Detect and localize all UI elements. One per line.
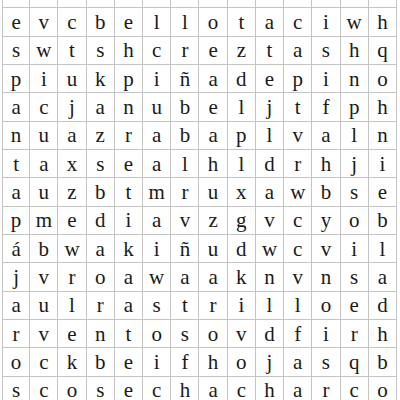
- grid-top-edge-cell: [312, 0, 340, 7]
- grid-top-edge-cell: [341, 0, 369, 7]
- cell-r3c5[interactable]: p: [115, 64, 143, 92]
- cell-r6c1[interactable]: t: [2, 149, 30, 177]
- cell-r2c5[interactable]: h: [115, 36, 143, 64]
- cell-r11c10[interactable]: l: [256, 291, 284, 319]
- cell-r5c13[interactable]: l: [341, 121, 369, 149]
- cell-r4c5[interactable]: n: [115, 92, 143, 120]
- cell-r13c11[interactable]: a: [284, 347, 312, 375]
- cell-r10c7[interactable]: a: [171, 262, 199, 290]
- cell-r9c8[interactable]: u: [199, 234, 227, 262]
- cell-r14c6[interactable]: c: [143, 376, 171, 400]
- cell-r5c3[interactable]: a: [58, 121, 86, 149]
- cell-r14c7[interactable]: h: [171, 376, 199, 400]
- grid-top-edge-cell: [256, 0, 284, 7]
- cell-r14c3[interactable]: o: [58, 376, 86, 400]
- cell-r2c8[interactable]: e: [199, 36, 227, 64]
- cell-r11c12[interactable]: o: [312, 291, 340, 319]
- cell-r8c2[interactable]: m: [30, 206, 58, 234]
- grid-top-edge-cell: [115, 0, 143, 7]
- cell-r3c9[interactable]: d: [228, 64, 256, 92]
- cell-r7c11[interactable]: w: [284, 177, 312, 205]
- cell-r2c3[interactable]: t: [58, 36, 86, 64]
- cell-r6c7[interactable]: l: [171, 149, 199, 177]
- cell-r1c1[interactable]: e: [2, 7, 30, 35]
- cell-r14c11[interactable]: a: [284, 376, 312, 400]
- cell-r13c2[interactable]: c: [30, 347, 58, 375]
- cell-r13c3[interactable]: k: [58, 347, 86, 375]
- cell-r10c4[interactable]: o: [87, 262, 115, 290]
- grid-top-edge-cell: [284, 0, 312, 7]
- grid-top-edge-cell: [171, 0, 199, 7]
- cell-r11c3[interactable]: l: [58, 291, 86, 319]
- cell-r13c4[interactable]: b: [87, 347, 115, 375]
- cell-r7c14[interactable]: e: [369, 177, 397, 205]
- cell-r6c4[interactable]: s: [87, 149, 115, 177]
- cell-r9c3[interactable]: w: [58, 234, 86, 262]
- cell-r7c12[interactable]: b: [312, 177, 340, 205]
- cell-r12c6[interactable]: o: [143, 319, 171, 347]
- cell-r8c3[interactable]: e: [58, 206, 86, 234]
- cell-r1c14[interactable]: h: [369, 7, 397, 35]
- cell-r12c12[interactable]: i: [312, 319, 340, 347]
- cell-r1c12[interactable]: i: [312, 7, 340, 35]
- cell-r8c11[interactable]: c: [284, 206, 312, 234]
- cell-r4c4[interactable]: a: [87, 92, 115, 120]
- cell-r9c10[interactable]: w: [256, 234, 284, 262]
- cell-r5c4[interactable]: z: [87, 121, 115, 149]
- cell-r8c6[interactable]: a: [143, 206, 171, 234]
- cell-r2c11[interactable]: a: [284, 36, 312, 64]
- cell-r11c6[interactable]: s: [143, 291, 171, 319]
- cell-r1c4[interactable]: b: [87, 7, 115, 35]
- cell-r10c14[interactable]: a: [369, 262, 397, 290]
- cell-r14c14[interactable]: o: [369, 376, 397, 400]
- cell-r2c9[interactable]: z: [228, 36, 256, 64]
- grid-top-edge-cell: [228, 0, 256, 7]
- grid-top-edge-cell: [369, 0, 397, 7]
- grid-top-edge-cell: [143, 0, 171, 7]
- cell-r14c4[interactable]: s: [87, 376, 115, 400]
- cell-r4c12[interactable]: f: [312, 92, 340, 120]
- cell-r9c14[interactable]: l: [369, 234, 397, 262]
- cell-r2c13[interactable]: h: [341, 36, 369, 64]
- cell-r14c9[interactable]: c: [228, 376, 256, 400]
- cell-r12c5[interactable]: t: [115, 319, 143, 347]
- cell-r8c5[interactable]: i: [115, 206, 143, 234]
- cell-r12c7[interactable]: s: [171, 319, 199, 347]
- cell-r13c8[interactable]: h: [199, 347, 227, 375]
- cell-r2c10[interactable]: t: [256, 36, 284, 64]
- cell-r3c8[interactable]: a: [199, 64, 227, 92]
- cell-r10c3[interactable]: r: [58, 262, 86, 290]
- cell-r6c2[interactable]: a: [30, 149, 58, 177]
- cell-r9c4[interactable]: a: [87, 234, 115, 262]
- cell-r3c1[interactable]: p: [2, 64, 30, 92]
- grid-top-edge-cell: [199, 0, 227, 7]
- cell-r14c5[interactable]: e: [115, 376, 143, 400]
- grid-top-edge-cell: [87, 0, 115, 7]
- cell-r1c6[interactable]: l: [143, 7, 171, 35]
- cell-r1c8[interactable]: o: [199, 7, 227, 35]
- cell-r5c14[interactable]: n: [369, 121, 397, 149]
- word-search-page: evcbellotaciwhswtshcreztashqpiukpiñadepi…: [0, 0, 400, 400]
- cell-r8c9[interactable]: g: [228, 206, 256, 234]
- cell-r3c7[interactable]: ñ: [171, 64, 199, 92]
- cell-r13c7[interactable]: f: [171, 347, 199, 375]
- cell-r4c11[interactable]: t: [284, 92, 312, 120]
- cell-r11c7[interactable]: t: [171, 291, 199, 319]
- cell-r5c6[interactable]: a: [143, 121, 171, 149]
- cell-r11c9[interactable]: i: [228, 291, 256, 319]
- cell-r6c12[interactable]: h: [312, 149, 340, 177]
- cell-r11c2[interactable]: u: [30, 291, 58, 319]
- grid-top-edge-cell: [2, 0, 30, 7]
- cell-r10c13[interactable]: s: [341, 262, 369, 290]
- cell-r2c7[interactable]: r: [171, 36, 199, 64]
- cell-r14c10[interactable]: h: [256, 376, 284, 400]
- grid-top-edge-cell: [58, 0, 86, 7]
- cell-r9c9[interactable]: d: [228, 234, 256, 262]
- cell-r1c2[interactable]: v: [30, 7, 58, 35]
- cell-r5c11[interactable]: v: [284, 121, 312, 149]
- cell-r5c10[interactable]: l: [256, 121, 284, 149]
- cell-r12c8[interactable]: o: [199, 319, 227, 347]
- cell-r3c11[interactable]: p: [284, 64, 312, 92]
- cell-r6c6[interactable]: a: [143, 149, 171, 177]
- cell-r6c13[interactable]: j: [341, 149, 369, 177]
- cell-r6c5[interactable]: e: [115, 149, 143, 177]
- cell-r3c14[interactable]: o: [369, 64, 397, 92]
- cell-r8c1[interactable]: p: [2, 206, 30, 234]
- cell-r5c7[interactable]: b: [171, 121, 199, 149]
- cell-r8c8[interactable]: z: [199, 206, 227, 234]
- cell-r9c5[interactable]: k: [115, 234, 143, 262]
- cell-r2c12[interactable]: s: [312, 36, 340, 64]
- cell-r4c2[interactable]: c: [30, 92, 58, 120]
- cell-r14c2[interactable]: c: [30, 376, 58, 400]
- cell-r12c4[interactable]: n: [87, 319, 115, 347]
- cell-r5c8[interactable]: a: [199, 121, 227, 149]
- cell-r8c12[interactable]: y: [312, 206, 340, 234]
- cell-r9c6[interactable]: i: [143, 234, 171, 262]
- cell-r1c7[interactable]: l: [171, 7, 199, 35]
- cell-r11c14[interactable]: d: [369, 291, 397, 319]
- cell-r13c9[interactable]: o: [228, 347, 256, 375]
- cell-r3c13[interactable]: n: [341, 64, 369, 92]
- cell-r5c12[interactable]: a: [312, 121, 340, 149]
- cell-r13c6[interactable]: i: [143, 347, 171, 375]
- cell-r3c2[interactable]: i: [30, 64, 58, 92]
- cell-r2c4[interactable]: s: [87, 36, 115, 64]
- cell-r14c8[interactable]: a: [199, 376, 227, 400]
- cell-r13c1[interactable]: o: [2, 347, 30, 375]
- cell-r9c1[interactable]: á: [2, 234, 30, 262]
- cell-r3c6[interactable]: i: [143, 64, 171, 92]
- cell-r7c2[interactable]: u: [30, 177, 58, 205]
- cell-r4c8[interactable]: e: [199, 92, 227, 120]
- cell-r1c10[interactable]: a: [256, 7, 284, 35]
- cell-r4c10[interactable]: j: [256, 92, 284, 120]
- cell-r5c1[interactable]: n: [2, 121, 30, 149]
- cell-r4c9[interactable]: l: [228, 92, 256, 120]
- cell-r7c8[interactable]: u: [199, 177, 227, 205]
- cell-r9c2[interactable]: b: [30, 234, 58, 262]
- cell-r12c9[interactable]: v: [228, 319, 256, 347]
- cell-r6c9[interactable]: l: [228, 149, 256, 177]
- cell-r5c9[interactable]: p: [228, 121, 256, 149]
- cell-r5c2[interactable]: u: [30, 121, 58, 149]
- cell-r4c13[interactable]: p: [341, 92, 369, 120]
- cell-r5c5[interactable]: r: [115, 121, 143, 149]
- cell-r8c7[interactable]: v: [171, 206, 199, 234]
- cell-r4c3[interactable]: j: [58, 92, 86, 120]
- cell-r13c5[interactable]: e: [115, 347, 143, 375]
- cell-r2c2[interactable]: w: [30, 36, 58, 64]
- cell-r9c13[interactable]: i: [341, 234, 369, 262]
- cell-r7c5[interactable]: t: [115, 177, 143, 205]
- cell-r11c8[interactable]: r: [199, 291, 227, 319]
- cell-r2c14[interactable]: q: [369, 36, 397, 64]
- cell-r10c9[interactable]: k: [228, 262, 256, 290]
- word-search-grid: evcbellotaciwhswtshcreztashqpiukpiñadepi…: [2, 0, 397, 400]
- cell-r2c6[interactable]: c: [143, 36, 171, 64]
- cell-r13c12[interactable]: s: [312, 347, 340, 375]
- cell-r10c12[interactable]: n: [312, 262, 340, 290]
- cell-r1c9[interactable]: t: [228, 7, 256, 35]
- cell-r13c13[interactable]: q: [341, 347, 369, 375]
- cell-r7c10[interactable]: a: [256, 177, 284, 205]
- cell-r2c1[interactable]: s: [2, 36, 30, 64]
- cell-r1c11[interactable]: c: [284, 7, 312, 35]
- cell-r12c2[interactable]: v: [30, 319, 58, 347]
- cell-r6c3[interactable]: x: [58, 149, 86, 177]
- cell-r12c3[interactable]: e: [58, 319, 86, 347]
- cell-r7c9[interactable]: x: [228, 177, 256, 205]
- cell-r9c11[interactable]: c: [284, 234, 312, 262]
- cell-r6c10[interactable]: d: [256, 149, 284, 177]
- cell-r13c10[interactable]: j: [256, 347, 284, 375]
- cell-r9c7[interactable]: ñ: [171, 234, 199, 262]
- cell-r12c11[interactable]: f: [284, 319, 312, 347]
- cell-r13c14[interactable]: b: [369, 347, 397, 375]
- cell-r10c2[interactable]: v: [30, 262, 58, 290]
- cell-r7c6[interactable]: m: [143, 177, 171, 205]
- cell-r3c3[interactable]: u: [58, 64, 86, 92]
- cell-r12c14[interactable]: h: [369, 319, 397, 347]
- cell-r6c11[interactable]: r: [284, 149, 312, 177]
- cell-r11c5[interactable]: a: [115, 291, 143, 319]
- cell-r10c8[interactable]: a: [199, 262, 227, 290]
- cell-r11c11[interactable]: l: [284, 291, 312, 319]
- cell-r4c14[interactable]: h: [369, 92, 397, 120]
- cell-r7c1[interactable]: a: [2, 177, 30, 205]
- cell-r8c13[interactable]: o: [341, 206, 369, 234]
- cell-r1c3[interactable]: c: [58, 7, 86, 35]
- cell-r7c13[interactable]: s: [341, 177, 369, 205]
- cell-r4c7[interactable]: b: [171, 92, 199, 120]
- cell-r9c12[interactable]: v: [312, 234, 340, 262]
- cell-r6c8[interactable]: h: [199, 149, 227, 177]
- cell-r10c6[interactable]: w: [143, 262, 171, 290]
- cell-r3c4[interactable]: k: [87, 64, 115, 92]
- cell-r11c1[interactable]: a: [2, 291, 30, 319]
- cell-r12c1[interactable]: r: [2, 319, 30, 347]
- cell-r14c13[interactable]: c: [341, 376, 369, 400]
- cell-r1c5[interactable]: e: [115, 7, 143, 35]
- cell-r6c14[interactable]: i: [369, 149, 397, 177]
- cell-r14c12[interactable]: r: [312, 376, 340, 400]
- cell-r12c10[interactable]: d: [256, 319, 284, 347]
- cell-r11c4[interactable]: r: [87, 291, 115, 319]
- cell-r10c11[interactable]: v: [284, 262, 312, 290]
- cell-r3c10[interactable]: e: [256, 64, 284, 92]
- cell-r8c4[interactable]: d: [87, 206, 115, 234]
- cell-r4c1[interactable]: a: [2, 92, 30, 120]
- cell-r3c12[interactable]: i: [312, 64, 340, 92]
- cell-r8c14[interactable]: b: [369, 206, 397, 234]
- cell-r8c10[interactable]: v: [256, 206, 284, 234]
- cell-r1c13[interactable]: w: [341, 7, 369, 35]
- cell-r14c1[interactable]: s: [2, 376, 30, 400]
- cell-r11c13[interactable]: e: [341, 291, 369, 319]
- cell-r10c10[interactable]: n: [256, 262, 284, 290]
- grid-top-edge-cell: [30, 0, 58, 7]
- cell-r7c4[interactable]: b: [87, 177, 115, 205]
- cell-r7c7[interactable]: r: [171, 177, 199, 205]
- cell-r10c1[interactable]: j: [2, 262, 30, 290]
- cell-r7c3[interactable]: z: [58, 177, 86, 205]
- cell-r4c6[interactable]: u: [143, 92, 171, 120]
- cell-r10c5[interactable]: a: [115, 262, 143, 290]
- cell-r12c13[interactable]: r: [341, 319, 369, 347]
